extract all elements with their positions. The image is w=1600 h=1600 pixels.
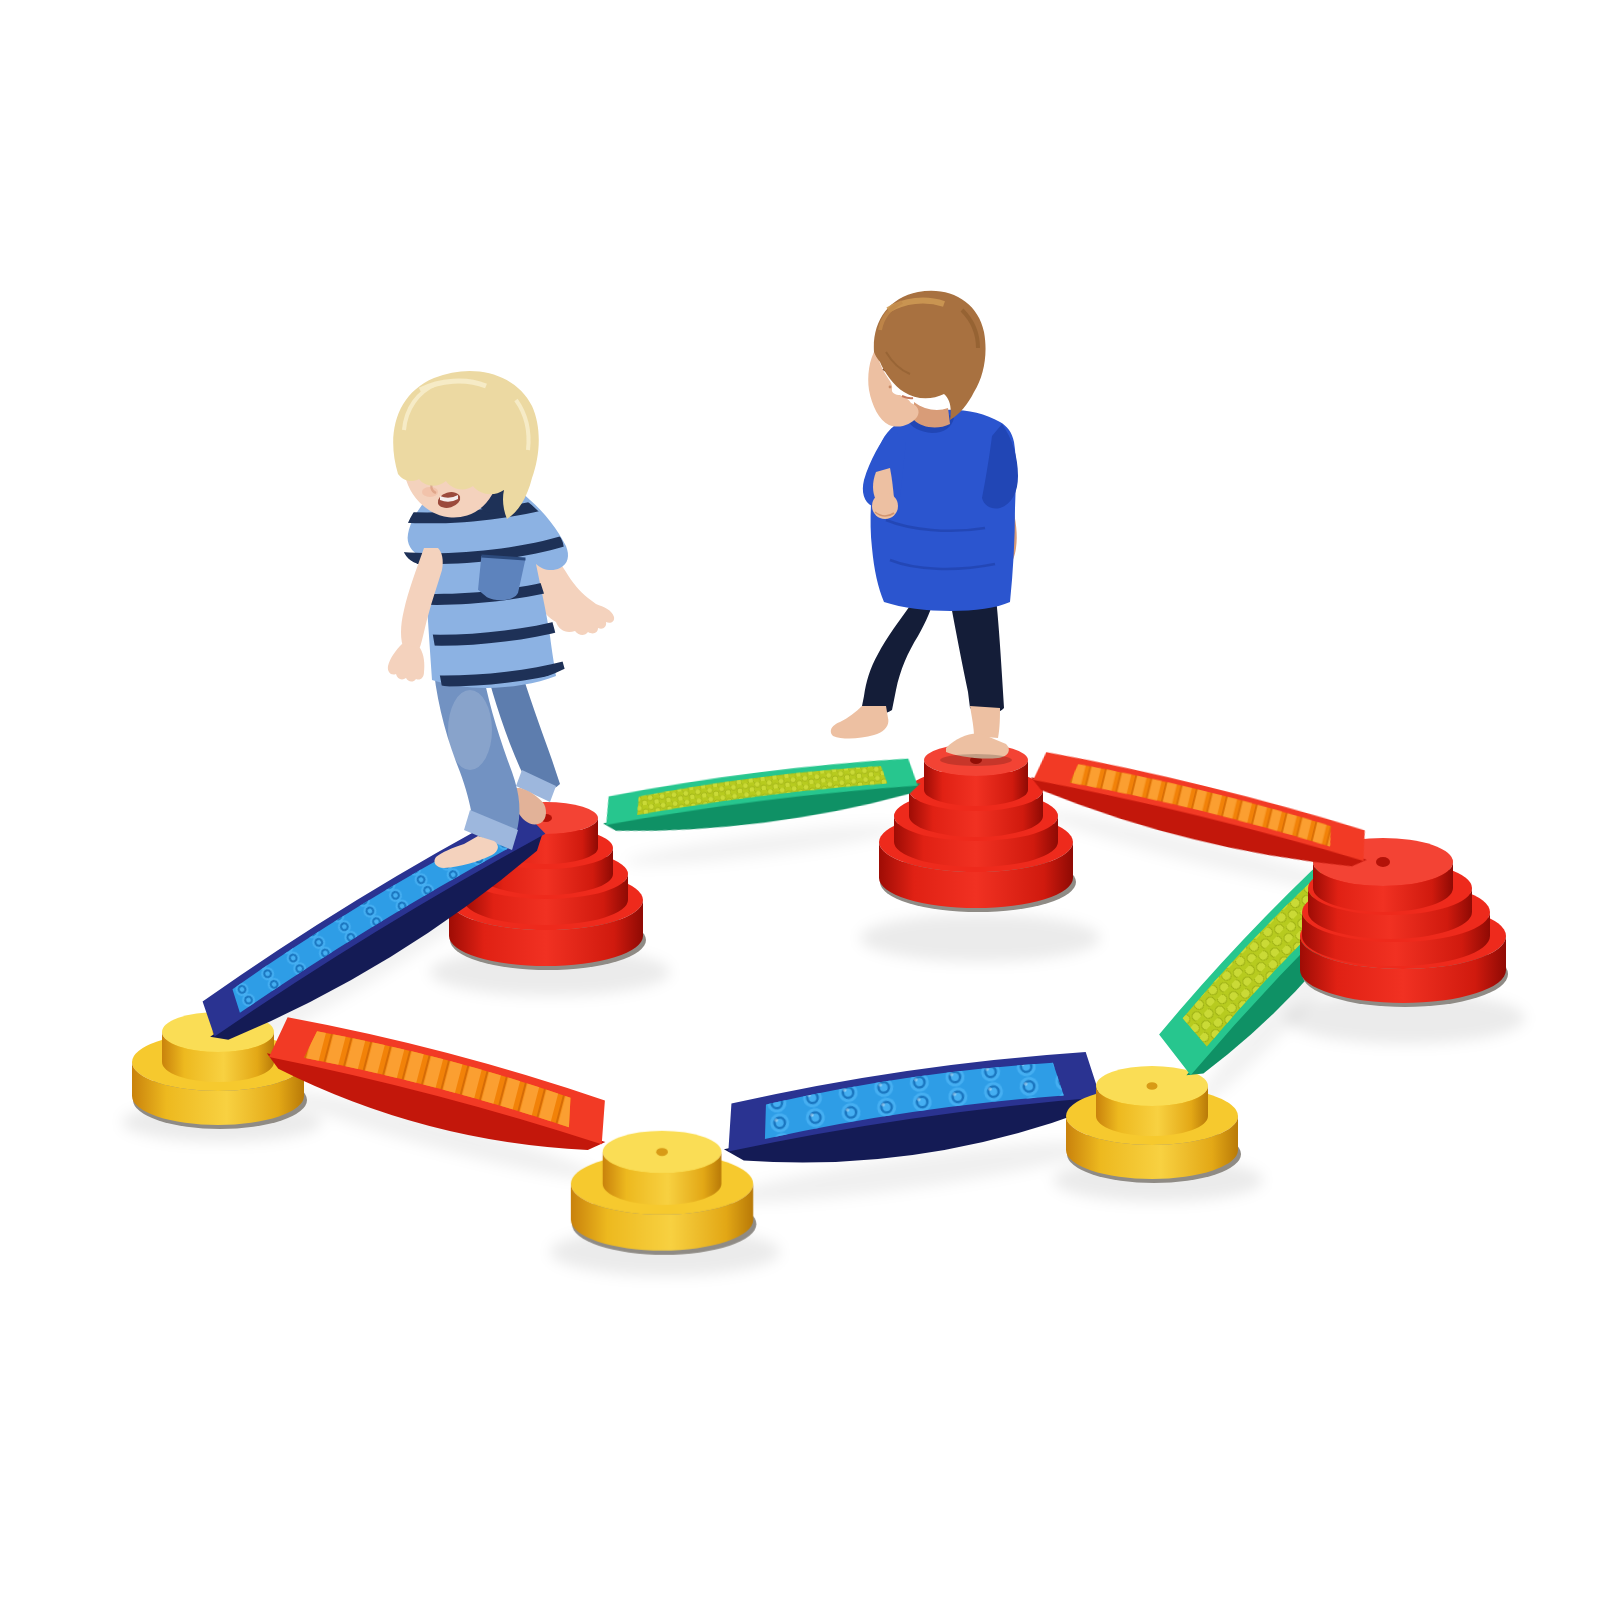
photo-stage	[0, 0, 1600, 1600]
boy-foot-shadow	[940, 754, 1012, 766]
toddler-left-hand	[388, 644, 425, 682]
boy-front-foot	[831, 706, 889, 739]
boy-nostril	[889, 386, 892, 389]
boy-back-leg	[950, 598, 1004, 714]
toddler-jeans-wash	[448, 690, 492, 770]
toddler-head	[390, 371, 539, 530]
child-toddler	[387, 371, 614, 868]
boy-fist	[872, 493, 898, 519]
child-boy	[831, 291, 1018, 766]
boy-back-ankle	[970, 706, 1000, 738]
boy-head	[868, 291, 985, 427]
toddler-cheek	[422, 487, 438, 497]
boy-front-leg	[862, 598, 934, 713]
boy-neck	[914, 402, 950, 427]
balance-course-scene	[0, 0, 1600, 1600]
